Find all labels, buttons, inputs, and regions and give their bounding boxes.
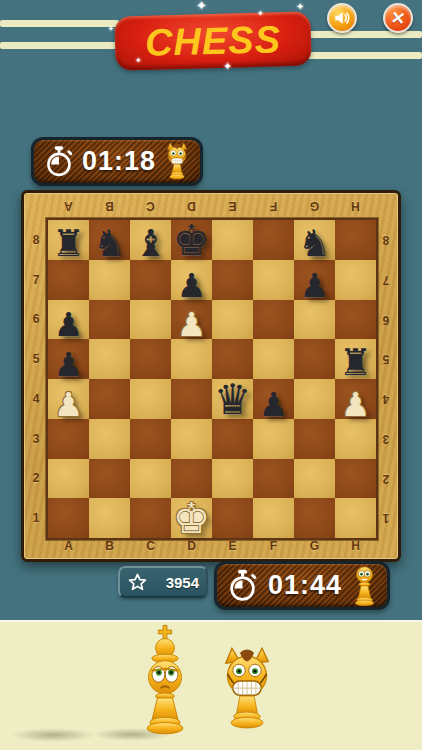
square-h2[interactable]: [335, 459, 376, 499]
header-stripe: [0, 42, 119, 49]
square-b2[interactable]: [89, 459, 130, 499]
rank-label: 6: [376, 300, 396, 340]
sound-button[interactable]: [327, 3, 357, 33]
rank-label: 2: [26, 459, 46, 499]
rank-label: 4: [26, 379, 46, 419]
piece-black-king[interactable]: ♚: [173, 220, 211, 262]
piece-black-queen[interactable]: ♛: [214, 379, 252, 421]
rank-labels-right: 87654321: [376, 220, 396, 538]
square-c3[interactable]: [130, 419, 171, 459]
pawn-mini-mascot: [351, 566, 378, 606]
piece-black-knight[interactable]: ♞: [298, 225, 331, 262]
knight-mascot: [216, 641, 278, 737]
square-d7[interactable]: ♟: [171, 260, 212, 300]
header-stripe: [0, 20, 119, 27]
player-time: 01:44: [266, 570, 344, 601]
piece-white-pawn[interactable]: ♟: [54, 388, 84, 421]
sparkle-icon: ✦: [108, 25, 114, 33]
player-timer-panel: 01:44: [214, 561, 390, 610]
stopwatch-icon: [43, 145, 75, 178]
square-a4[interactable]: ♟: [48, 379, 89, 419]
square-h5[interactable]: ♜: [335, 339, 376, 379]
close-icon: ✕: [389, 7, 406, 30]
mascot-shadow: [10, 728, 96, 742]
piece-black-pawn[interactable]: ♟: [177, 269, 207, 302]
square-h8[interactable]: [335, 220, 376, 260]
square-h7[interactable]: [335, 260, 376, 300]
piece-black-pawn[interactable]: ♟: [259, 388, 289, 421]
square-g8[interactable]: ♞: [294, 220, 335, 260]
file-label: A: [48, 195, 89, 217]
file-label: F: [253, 195, 294, 217]
rank-label: 1: [376, 498, 396, 538]
square-a1[interactable]: [48, 498, 89, 538]
square-g4[interactable]: [294, 379, 335, 419]
score-value: 3954: [148, 574, 199, 591]
piece-white-pawn[interactable]: ♟: [341, 388, 371, 421]
square-d6[interactable]: ♟: [171, 300, 212, 340]
rank-label: 7: [26, 260, 46, 300]
rank-label: 5: [26, 339, 46, 379]
file-label: H: [335, 195, 376, 217]
square-b7[interactable]: [89, 260, 130, 300]
sparkle-icon: ✦: [223, 60, 232, 73]
knight-mini-mascot: [163, 141, 191, 182]
sparkle-icon: ✦: [196, 0, 207, 13]
opponent-timer-panel: 01:18: [31, 137, 203, 186]
file-label: E: [212, 535, 253, 557]
file-label: D: [171, 195, 212, 217]
square-d1[interactable]: ♚: [171, 498, 212, 538]
square-f5[interactable]: [253, 339, 294, 379]
file-label: A: [48, 535, 89, 557]
rank-labels-left: 87654321: [26, 220, 46, 538]
square-c5[interactable]: [130, 339, 171, 379]
square-c2[interactable]: [130, 459, 171, 499]
square-g5[interactable]: [294, 339, 335, 379]
rank-label: 1: [26, 498, 46, 538]
square-f7[interactable]: [253, 260, 294, 300]
square-b6[interactable]: [89, 300, 130, 340]
square-e3[interactable]: [212, 419, 253, 459]
footer-area: [0, 620, 422, 750]
square-g7[interactable]: ♟: [294, 260, 335, 300]
board-grid: ♜♞♝♚♞♟♟♟♟♟♜♟♛♟♟♚: [48, 220, 376, 538]
rank-label: 8: [26, 220, 46, 260]
rank-label: 3: [376, 419, 396, 459]
file-label: G: [294, 535, 335, 557]
square-b1[interactable]: [89, 498, 130, 538]
file-label: C: [130, 535, 171, 557]
square-b5[interactable]: [89, 339, 130, 379]
square-d3[interactable]: [171, 419, 212, 459]
square-b3[interactable]: [89, 419, 130, 459]
score-panel: 3954: [118, 566, 208, 598]
rank-label: 5: [376, 339, 396, 379]
file-label: B: [89, 535, 130, 557]
piece-black-pawn[interactable]: ♟: [54, 308, 84, 341]
square-e8[interactable]: [212, 220, 253, 260]
square-c7[interactable]: [130, 260, 171, 300]
square-e6[interactable]: [212, 300, 253, 340]
square-g3[interactable]: [294, 419, 335, 459]
square-e2[interactable]: [212, 459, 253, 499]
square-d2[interactable]: [171, 459, 212, 499]
rank-label: 2: [376, 459, 396, 499]
square-b4[interactable]: [89, 379, 130, 419]
square-d4[interactable]: [171, 379, 212, 419]
app-title: CHESS: [144, 18, 281, 65]
square-c8[interactable]: ♝: [130, 220, 171, 260]
rank-label: 7: [376, 260, 396, 300]
star-icon: [127, 572, 148, 593]
square-c1[interactable]: [130, 498, 171, 538]
square-c6[interactable]: [130, 300, 171, 340]
square-h6[interactable]: [335, 300, 376, 340]
rank-label: 6: [26, 300, 46, 340]
header-stripe: [306, 52, 422, 59]
square-e4[interactable]: ♛: [212, 379, 253, 419]
piece-black-pawn[interactable]: ♟: [300, 269, 330, 302]
piece-black-bishop[interactable]: ♝: [134, 225, 167, 262]
file-label: C: [130, 195, 171, 217]
sparkle-icon: ✦: [296, 1, 304, 12]
file-labels-top: ABCDEFGH: [48, 195, 376, 217]
sparkle-icon: ✦: [135, 56, 142, 65]
chess-board: ABCDEFGH ABCDEFGH 87654321 87654321 ♜♞♝♚…: [21, 190, 401, 562]
piece-white-pawn[interactable]: ♟: [177, 308, 207, 341]
square-a5[interactable]: ♟: [48, 339, 89, 379]
file-label: F: [253, 535, 294, 557]
square-h1[interactable]: [335, 498, 376, 538]
square-f8[interactable]: [253, 220, 294, 260]
rank-label: 8: [376, 220, 396, 260]
square-a3[interactable]: [48, 419, 89, 459]
piece-black-rook[interactable]: ♜: [339, 344, 372, 381]
rank-label: 4: [376, 379, 396, 419]
square-g1[interactable]: [294, 498, 335, 538]
file-label: B: [89, 195, 130, 217]
square-d5[interactable]: [171, 339, 212, 379]
sparkle-icon: ✦: [257, 9, 264, 18]
opponent-time: 01:18: [82, 146, 156, 177]
square-g2[interactable]: [294, 459, 335, 499]
square-b8[interactable]: ♞: [89, 220, 130, 260]
square-e7[interactable]: [212, 260, 253, 300]
square-a2[interactable]: [48, 459, 89, 499]
app-screen: CHESS ✦ ✦ ✦ ✦ ✦ ✦ ✕ 01:18: [0, 0, 422, 750]
square-g6[interactable]: [294, 300, 335, 340]
chess-logo-banner: CHESS: [114, 11, 311, 70]
square-a7[interactable]: [48, 260, 89, 300]
square-f3[interactable]: [253, 419, 294, 459]
file-label: G: [294, 195, 335, 217]
square-f2[interactable]: [253, 459, 294, 499]
square-f6[interactable]: [253, 300, 294, 340]
square-f4[interactable]: ♟: [253, 379, 294, 419]
square-e1[interactable]: [212, 498, 253, 538]
piece-black-knight[interactable]: ♞: [93, 225, 126, 262]
square-f1[interactable]: [253, 498, 294, 538]
piece-black-pawn[interactable]: ♟: [54, 348, 84, 381]
file-label: E: [212, 195, 253, 217]
king-mascot: [132, 624, 198, 738]
piece-black-rook[interactable]: ♜: [52, 225, 85, 262]
square-h3[interactable]: [335, 419, 376, 459]
stopwatch-icon: [226, 569, 259, 602]
piece-white-king[interactable]: ♚: [173, 498, 211, 540]
square-c4[interactable]: [130, 379, 171, 419]
square-e5[interactable]: [212, 339, 253, 379]
header-stripe: [306, 31, 422, 38]
speaker-icon: [333, 9, 351, 27]
square-a6[interactable]: ♟: [48, 300, 89, 340]
close-button[interactable]: ✕: [383, 3, 413, 33]
square-d8[interactable]: ♚: [171, 220, 212, 260]
square-h4[interactable]: ♟: [335, 379, 376, 419]
file-labels-bottom: ABCDEFGH: [48, 535, 376, 557]
square-a8[interactable]: ♜: [48, 220, 89, 260]
file-label: H: [335, 535, 376, 557]
rank-label: 3: [26, 419, 46, 459]
